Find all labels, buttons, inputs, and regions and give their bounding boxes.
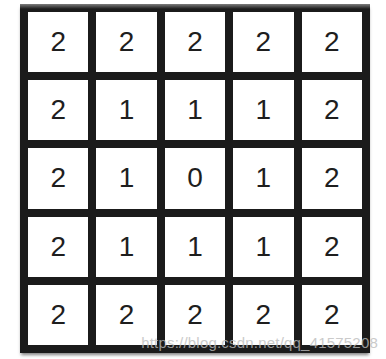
grid-cell-r4c1: 2: [28, 217, 88, 277]
grid-cell-r2c3: 1: [165, 80, 225, 140]
grid-cell-r5c5: 2: [302, 285, 362, 345]
grid-cell-r4c4: 1: [233, 217, 293, 277]
grid-cell-r4c5: 2: [302, 217, 362, 277]
grid-cell-r1c3: 2: [165, 12, 225, 72]
grid-cell-r1c1: 2: [28, 12, 88, 72]
grid-cell-r1c4: 2: [233, 12, 293, 72]
grid-cell-r3c5: 2: [302, 148, 362, 208]
grid-cell-r5c2: 2: [96, 285, 156, 345]
grid-cell-r2c5: 2: [302, 80, 362, 140]
grid-cell-r1c2: 2: [96, 12, 156, 72]
grid-cell-r3c4: 1: [233, 148, 293, 208]
grid-cell-r3c3: 0: [165, 148, 225, 208]
screenshot-root: 2222221112210122111222222 https://blog.c…: [0, 0, 386, 359]
grid-cell-r2c1: 2: [28, 80, 88, 140]
grid-cell-r5c3: 2: [165, 285, 225, 345]
grid-cell-r3c1: 2: [28, 148, 88, 208]
grid-cell-r4c3: 1: [165, 217, 225, 277]
grid-cell-r4c2: 1: [96, 217, 156, 277]
number-grid-board: 2222221112210122111222222: [20, 4, 370, 353]
grid-cell-r3c2: 1: [96, 148, 156, 208]
grid-cell-r1c5: 2: [302, 12, 362, 72]
grid-cell-r2c2: 1: [96, 80, 156, 140]
grid-cell-r2c4: 1: [233, 80, 293, 140]
grid-cell-r5c1: 2: [28, 285, 88, 345]
grid-cell-r5c4: 2: [233, 285, 293, 345]
